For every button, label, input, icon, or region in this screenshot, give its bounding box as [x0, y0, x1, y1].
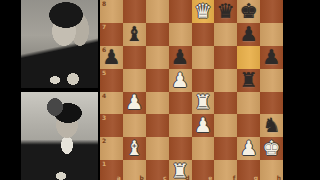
square-a5[interactable]: 5 [100, 69, 123, 92]
square-f3[interactable] [214, 114, 237, 137]
square-c3[interactable] [146, 114, 169, 137]
square-f6[interactable] [214, 46, 237, 69]
file-label-h: h [277, 175, 281, 180]
square-e1[interactable]: e [192, 160, 215, 180]
square-f2[interactable] [214, 137, 237, 160]
square-d6[interactable]: ♟ [169, 46, 192, 69]
square-b8[interactable] [123, 0, 146, 23]
file-label-a: a [117, 175, 121, 180]
square-f7[interactable] [214, 23, 237, 46]
app-frame: 8♛♛♚7♝♟6♟♟♟5♟♜4♟♜3♟♞2♝♟♚1abcd♜efgh [0, 0, 320, 180]
square-e7[interactable] [192, 23, 215, 46]
square-d3[interactable] [169, 114, 192, 137]
file-label-e: e [208, 175, 212, 180]
square-a2[interactable]: 2 [100, 137, 123, 160]
square-b2[interactable]: ♝ [123, 137, 146, 160]
square-h7[interactable] [260, 23, 283, 46]
square-h8[interactable] [260, 0, 283, 23]
square-d8[interactable] [169, 0, 192, 23]
square-a8[interactable]: 8 [100, 0, 123, 23]
square-d5[interactable]: ♟ [169, 69, 192, 92]
piece-black-pawn-d6[interactable]: ♟ [171, 46, 189, 68]
square-c6[interactable] [146, 46, 169, 69]
square-d2[interactable] [169, 137, 192, 160]
rank-label-8: 8 [102, 1, 106, 7]
square-d1[interactable]: d♜ [169, 160, 192, 180]
square-e5[interactable] [192, 69, 215, 92]
piece-black-knight-h3[interactable]: ♞ [263, 114, 281, 136]
piece-white-pawn-b4[interactable]: ♟ [125, 91, 143, 113]
square-g2[interactable]: ♟ [237, 137, 260, 160]
piece-white-pawn-e3[interactable]: ♟ [194, 114, 212, 136]
square-h1[interactable]: h [260, 160, 283, 180]
square-d4[interactable] [169, 92, 192, 115]
piece-black-rook-g5[interactable]: ♜ [240, 69, 258, 91]
piece-white-bishop-b2[interactable]: ♝ [125, 137, 143, 159]
square-b6[interactable] [123, 46, 146, 69]
piece-black-bishop-b7[interactable]: ♝ [125, 23, 143, 45]
square-b7[interactable]: ♝ [123, 23, 146, 46]
square-g4[interactable] [237, 92, 260, 115]
square-h6[interactable]: ♟ [260, 46, 283, 69]
piece-black-pawn-h6[interactable]: ♟ [263, 46, 281, 68]
square-f4[interactable] [214, 92, 237, 115]
square-f1[interactable]: f [214, 160, 237, 180]
square-h5[interactable] [260, 69, 283, 92]
square-g5[interactable]: ♜ [237, 69, 260, 92]
piece-white-pawn-d5[interactable]: ♟ [171, 69, 189, 91]
file-label-d: d [185, 175, 189, 180]
file-label-g: g [254, 175, 258, 180]
rank-label-7: 7 [102, 24, 106, 30]
square-b5[interactable] [123, 69, 146, 92]
file-label-c: c [163, 175, 167, 180]
player-photo-top [21, 0, 98, 88]
square-b3[interactable] [123, 114, 146, 137]
square-c1[interactable]: c [146, 160, 169, 180]
square-f8[interactable]: ♛ [214, 0, 237, 23]
square-g1[interactable]: g [237, 160, 260, 180]
square-g7[interactable]: ♟ [237, 23, 260, 46]
square-a7[interactable]: 7 [100, 23, 123, 46]
square-e4[interactable]: ♜ [192, 92, 215, 115]
square-a3[interactable]: 3 [100, 114, 123, 137]
square-g3[interactable] [237, 114, 260, 137]
piece-black-king-g8[interactable]: ♚ [240, 0, 258, 22]
square-h4[interactable] [260, 92, 283, 115]
square-g8[interactable]: ♚ [237, 0, 260, 23]
square-h3[interactable]: ♞ [260, 114, 283, 137]
piece-white-pawn-g2[interactable]: ♟ [240, 137, 258, 159]
square-d7[interactable] [169, 23, 192, 46]
player-photo-bottom [21, 92, 98, 180]
rank-label-3: 3 [102, 115, 106, 121]
square-e2[interactable] [192, 137, 215, 160]
piece-black-pawn-g7[interactable]: ♟ [240, 23, 258, 45]
square-h2[interactable]: ♚ [260, 137, 283, 160]
piece-white-king-h2[interactable]: ♚ [263, 137, 281, 159]
square-c7[interactable] [146, 23, 169, 46]
square-c4[interactable] [146, 92, 169, 115]
chess-board[interactable]: 8♛♛♚7♝♟6♟♟♟5♟♜4♟♜3♟♞2♝♟♚1abcd♜efgh [100, 0, 283, 180]
square-a4[interactable]: 4 [100, 92, 123, 115]
rank-label-1: 1 [102, 161, 106, 167]
square-a6[interactable]: 6♟ [100, 46, 123, 69]
rank-label-2: 2 [102, 138, 106, 144]
piece-white-queen-e8[interactable]: ♛ [194, 0, 212, 22]
piece-black-queen-f8[interactable]: ♛ [217, 0, 235, 22]
square-c5[interactable] [146, 69, 169, 92]
file-label-f: f [233, 175, 236, 180]
square-c8[interactable] [146, 0, 169, 23]
square-g6[interactable] [237, 46, 260, 69]
rank-label-5: 5 [102, 70, 106, 76]
square-c2[interactable] [146, 137, 169, 160]
square-e8[interactable]: ♛ [192, 0, 215, 23]
square-b4[interactable]: ♟ [123, 92, 146, 115]
square-f5[interactable] [214, 69, 237, 92]
square-e3[interactable]: ♟ [192, 114, 215, 137]
square-b1[interactable]: b [123, 160, 146, 180]
rank-label-6: 6 [102, 47, 106, 53]
square-a1[interactable]: 1a [100, 160, 123, 180]
file-label-b: b [139, 175, 143, 180]
piece-white-rook-e4[interactable]: ♜ [194, 91, 212, 113]
rank-label-4: 4 [102, 93, 106, 99]
square-e6[interactable] [192, 46, 215, 69]
